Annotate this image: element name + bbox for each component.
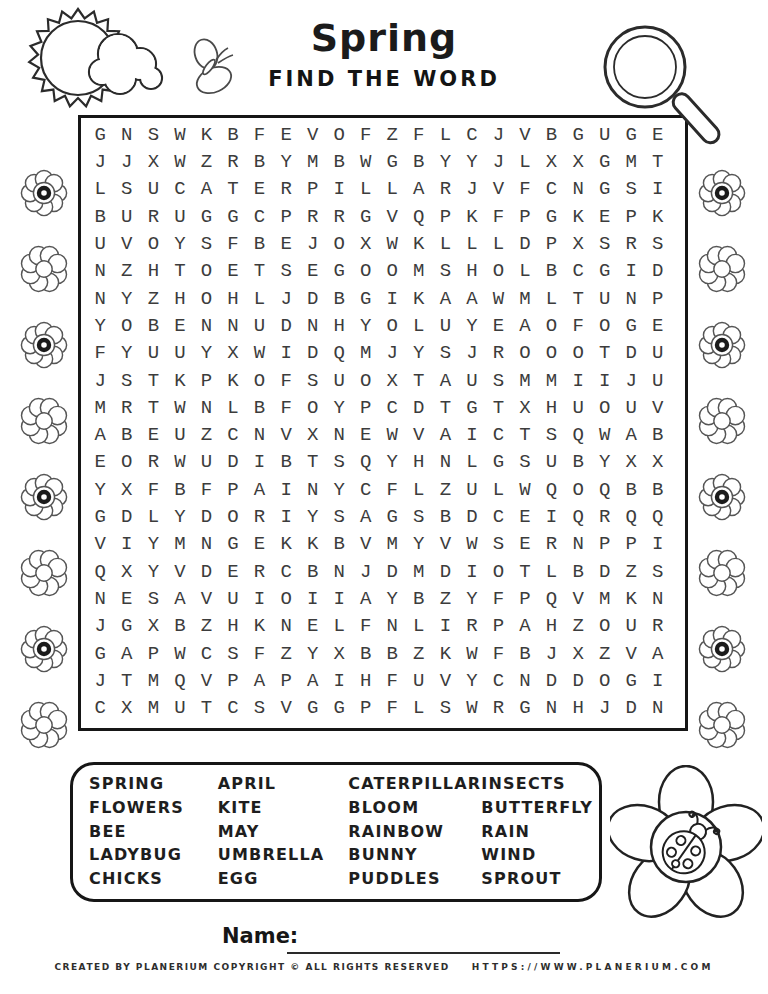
grid-cell[interactable]: S <box>326 449 353 476</box>
grid-cell[interactable]: K <box>167 367 194 394</box>
grid-cell[interactable]: V <box>512 121 539 148</box>
grid-cell[interactable]: E <box>512 531 539 558</box>
grid-cell[interactable]: T <box>591 340 618 367</box>
grid-cell[interactable]: O <box>565 476 592 503</box>
grid-cell[interactable]: F <box>246 640 273 667</box>
grid-cell[interactable]: N <box>87 258 114 285</box>
grid-cell[interactable]: O <box>565 340 592 367</box>
grid-cell[interactable]: U <box>565 394 592 421</box>
grid-cell[interactable]: S <box>618 176 645 203</box>
grid-cell[interactable]: E <box>246 531 273 558</box>
grid-cell[interactable]: N <box>114 121 141 148</box>
grid-cell[interactable]: U <box>644 367 671 394</box>
grid-cell[interactable]: B <box>246 148 273 175</box>
grid-cell[interactable]: Y <box>114 340 141 367</box>
grid-cell[interactable]: F <box>379 695 406 722</box>
grid-cell[interactable]: Y <box>379 585 406 612</box>
grid-cell[interactable]: V <box>193 667 220 694</box>
grid-cell[interactable]: F <box>220 230 247 257</box>
grid-cell[interactable]: K <box>193 121 220 148</box>
grid-cell[interactable]: S <box>193 230 220 257</box>
grid-cell[interactable]: B <box>406 148 433 175</box>
grid-cell[interactable]: Y <box>459 312 486 339</box>
grid-cell[interactable]: B <box>87 203 114 230</box>
grid-cell[interactable]: M <box>140 695 167 722</box>
grid-cell[interactable]: D <box>193 503 220 530</box>
grid-cell[interactable]: Z <box>193 148 220 175</box>
grid-cell[interactable]: L <box>406 695 433 722</box>
grid-cell[interactable]: N <box>565 176 592 203</box>
grid-cell[interactable]: D <box>591 558 618 585</box>
grid-cell[interactable]: N <box>299 476 326 503</box>
grid-cell[interactable]: B <box>538 258 565 285</box>
grid-cell[interactable]: A <box>246 667 273 694</box>
grid-cell[interactable]: H <box>538 394 565 421</box>
grid-cell[interactable]: S <box>114 176 141 203</box>
grid-cell[interactable]: D <box>299 340 326 367</box>
grid-cell[interactable]: I <box>565 367 592 394</box>
grid-cell[interactable]: O <box>140 230 167 257</box>
grid-cell[interactable]: Z <box>193 613 220 640</box>
grid-cell[interactable]: M <box>512 285 539 312</box>
grid-cell[interactable]: H <box>220 285 247 312</box>
grid-cell[interactable]: P <box>618 531 645 558</box>
grid-cell[interactable]: P <box>644 285 671 312</box>
grid-cell[interactable]: Y <box>406 531 433 558</box>
grid-cell[interactable]: O <box>299 394 326 421</box>
grid-cell[interactable]: X <box>114 476 141 503</box>
grid-cell[interactable]: A <box>352 585 379 612</box>
grid-cell[interactable]: L <box>485 476 512 503</box>
grid-cell[interactable]: V <box>432 531 459 558</box>
grid-cell[interactable]: B <box>512 640 539 667</box>
grid-cell[interactable]: Y <box>87 312 114 339</box>
grid-cell[interactable]: U <box>167 422 194 449</box>
grid-cell[interactable]: Y <box>459 667 486 694</box>
grid-cell[interactable]: Z <box>565 613 592 640</box>
grid-cell[interactable]: P <box>538 230 565 257</box>
grid-cell[interactable]: I <box>432 613 459 640</box>
grid-cell[interactable]: C <box>538 176 565 203</box>
grid-cell[interactable]: S <box>432 695 459 722</box>
grid-cell[interactable]: S <box>246 695 273 722</box>
grid-cell[interactable]: T <box>167 258 194 285</box>
grid-cell[interactable]: H <box>326 312 353 339</box>
grid-cell[interactable]: X <box>140 148 167 175</box>
grid-cell[interactable]: X <box>565 230 592 257</box>
grid-cell[interactable]: N <box>220 312 247 339</box>
grid-cell[interactable]: S <box>220 640 247 667</box>
grid-cell[interactable]: V <box>273 422 300 449</box>
grid-cell[interactable]: B <box>246 394 273 421</box>
grid-cell[interactable]: P <box>432 203 459 230</box>
grid-cell[interactable]: W <box>379 422 406 449</box>
grid-cell[interactable]: S <box>512 449 539 476</box>
grid-cell[interactable]: N <box>193 394 220 421</box>
grid-cell[interactable]: N <box>299 312 326 339</box>
grid-cell[interactable]: P <box>273 667 300 694</box>
grid-cell[interactable]: V <box>406 422 433 449</box>
grid-cell[interactable]: R <box>273 176 300 203</box>
grid-cell[interactable]: L <box>379 176 406 203</box>
grid-cell[interactable]: A <box>299 667 326 694</box>
grid-cell[interactable]: O <box>591 613 618 640</box>
grid-cell[interactable]: V <box>167 558 194 585</box>
grid-cell[interactable]: I <box>246 449 273 476</box>
grid-cell[interactable]: B <box>246 230 273 257</box>
grid-cell[interactable]: F <box>406 121 433 148</box>
grid-cell[interactable]: Q <box>644 503 671 530</box>
grid-cell[interactable]: R <box>246 558 273 585</box>
grid-cell[interactable]: D <box>379 558 406 585</box>
grid-cell[interactable]: P <box>220 476 247 503</box>
grid-cell[interactable]: V <box>273 695 300 722</box>
grid-cell[interactable]: H <box>352 667 379 694</box>
grid-cell[interactable]: V <box>485 176 512 203</box>
grid-cell[interactable]: P <box>299 176 326 203</box>
grid-cell[interactable]: O <box>379 312 406 339</box>
grid-cell[interactable]: B <box>167 476 194 503</box>
grid-cell[interactable]: Y <box>591 449 618 476</box>
grid-cell[interactable]: Y <box>406 340 433 367</box>
grid-cell[interactable]: I <box>326 176 353 203</box>
grid-cell[interactable]: E <box>644 312 671 339</box>
grid-cell[interactable]: Y <box>459 148 486 175</box>
grid-cell[interactable]: I <box>459 558 486 585</box>
grid-cell[interactable]: A <box>406 176 433 203</box>
grid-cell[interactable]: K <box>406 230 433 257</box>
grid-cell[interactable]: L <box>432 121 459 148</box>
grid-cell[interactable]: M <box>512 367 539 394</box>
grid-cell[interactable]: N <box>326 422 353 449</box>
grid-cell[interactable]: C <box>220 422 247 449</box>
grid-cell[interactable]: F <box>273 367 300 394</box>
grid-cell[interactable]: L <box>459 449 486 476</box>
grid-cell[interactable]: C <box>485 422 512 449</box>
grid-cell[interactable]: H <box>167 285 194 312</box>
grid-cell[interactable]: G <box>87 503 114 530</box>
grid-cell[interactable]: E <box>167 312 194 339</box>
grid-cell[interactable]: V <box>299 121 326 148</box>
grid-cell[interactable]: F <box>379 667 406 694</box>
grid-cell[interactable]: U <box>140 176 167 203</box>
grid-cell[interactable]: E <box>273 121 300 148</box>
grid-cell[interactable]: R <box>485 695 512 722</box>
grid-cell[interactable]: Z <box>432 476 459 503</box>
grid-cell[interactable]: K <box>246 613 273 640</box>
grid-cell[interactable]: B <box>167 613 194 640</box>
grid-cell[interactable]: N <box>87 285 114 312</box>
grid-cell[interactable]: V <box>114 230 141 257</box>
grid-cell[interactable]: J <box>485 121 512 148</box>
grid-cell[interactable]: Q <box>565 503 592 530</box>
grid-cell[interactable]: B <box>352 640 379 667</box>
grid-cell[interactable]: G <box>326 695 353 722</box>
grid-cell[interactable]: O <box>273 585 300 612</box>
grid-cell[interactable]: G <box>352 285 379 312</box>
grid-cell[interactable]: N <box>644 585 671 612</box>
grid-cell[interactable]: Y <box>87 476 114 503</box>
grid-cell[interactable]: R <box>246 503 273 530</box>
grid-cell[interactable]: G <box>618 312 645 339</box>
grid-cell[interactable]: W <box>512 476 539 503</box>
grid-cell[interactable]: U <box>432 312 459 339</box>
grid-cell[interactable]: X <box>644 449 671 476</box>
grid-cell[interactable]: I <box>644 531 671 558</box>
grid-cell[interactable]: I <box>326 667 353 694</box>
grid-cell[interactable]: O <box>485 258 512 285</box>
grid-cell[interactable]: V <box>379 203 406 230</box>
grid-cell[interactable]: E <box>220 258 247 285</box>
grid-cell[interactable]: A <box>246 476 273 503</box>
grid-cell[interactable]: M <box>406 258 433 285</box>
grid-cell[interactable]: X <box>379 367 406 394</box>
grid-cell[interactable]: P <box>512 585 539 612</box>
grid-cell[interactable]: E <box>512 503 539 530</box>
grid-cell[interactable]: C <box>565 258 592 285</box>
grid-cell[interactable]: F <box>485 585 512 612</box>
grid-cell[interactable]: G <box>114 613 141 640</box>
grid-cell[interactable]: Y <box>379 449 406 476</box>
grid-cell[interactable]: N <box>246 422 273 449</box>
grid-cell[interactable]: B <box>114 422 141 449</box>
grid-cell[interactable]: J <box>87 367 114 394</box>
grid-cell[interactable]: E <box>140 422 167 449</box>
grid-cell[interactable]: M <box>591 585 618 612</box>
grid-cell[interactable]: Y <box>167 503 194 530</box>
grid-cell[interactable]: T <box>246 258 273 285</box>
grid-cell[interactable]: R <box>220 148 247 175</box>
grid-cell[interactable]: D <box>193 558 220 585</box>
grid-cell[interactable]: O <box>326 121 353 148</box>
grid-cell[interactable]: K <box>644 203 671 230</box>
grid-cell[interactable]: P <box>273 203 300 230</box>
grid-cell[interactable]: P <box>352 394 379 421</box>
grid-cell[interactable]: U <box>618 394 645 421</box>
grid-cell[interactable]: T <box>512 422 539 449</box>
grid-cell[interactable]: A <box>618 422 645 449</box>
grid-cell[interactable]: L <box>406 476 433 503</box>
grid-cell[interactable]: I <box>114 531 141 558</box>
grid-cell[interactable]: R <box>485 340 512 367</box>
grid-cell[interactable]: F <box>352 121 379 148</box>
grid-cell[interactable]: W <box>352 148 379 175</box>
grid-cell[interactable]: M <box>352 340 379 367</box>
grid-cell[interactable]: S <box>326 503 353 530</box>
grid-cell[interactable]: K <box>565 203 592 230</box>
grid-cell[interactable]: V <box>644 394 671 421</box>
grid-cell[interactable]: D <box>220 449 247 476</box>
grid-cell[interactable]: L <box>538 285 565 312</box>
grid-cell[interactable]: U <box>591 285 618 312</box>
grid-cell[interactable]: L <box>246 285 273 312</box>
grid-cell[interactable]: P <box>618 203 645 230</box>
grid-cell[interactable]: U <box>644 340 671 367</box>
grid-cell[interactable]: L <box>220 394 247 421</box>
grid-cell[interactable]: T <box>140 394 167 421</box>
grid-cell[interactable]: Z <box>140 285 167 312</box>
grid-cell[interactable]: S <box>114 367 141 394</box>
grid-cell[interactable]: Y <box>459 585 486 612</box>
grid-cell[interactable]: N <box>618 285 645 312</box>
grid-cell[interactable]: W <box>167 394 194 421</box>
grid-cell[interactable]: N <box>565 531 592 558</box>
grid-cell[interactable]: J <box>114 148 141 175</box>
grid-cell[interactable]: P <box>512 203 539 230</box>
grid-cell[interactable]: C <box>87 695 114 722</box>
grid-cell[interactable]: Z <box>618 558 645 585</box>
grid-cell[interactable]: J <box>618 367 645 394</box>
grid-cell[interactable]: F <box>273 394 300 421</box>
grid-cell[interactable]: C <box>193 640 220 667</box>
grid-cell[interactable]: D <box>644 258 671 285</box>
grid-cell[interactable]: A <box>644 640 671 667</box>
grid-cell[interactable]: K <box>273 531 300 558</box>
grid-cell[interactable]: A <box>87 422 114 449</box>
grid-cell[interactable]: B <box>565 558 592 585</box>
grid-cell[interactable]: W <box>459 695 486 722</box>
grid-cell[interactable]: A <box>167 585 194 612</box>
grid-cell[interactable]: S <box>432 340 459 367</box>
grid-cell[interactable]: T <box>220 176 247 203</box>
grid-cell[interactable]: U <box>167 203 194 230</box>
grid-cell[interactable]: U <box>618 613 645 640</box>
grid-cell[interactable]: S <box>140 585 167 612</box>
grid-cell[interactable]: B <box>644 476 671 503</box>
grid-cell[interactable]: G <box>220 203 247 230</box>
grid-cell[interactable]: Z <box>193 422 220 449</box>
grid-cell[interactable]: V <box>87 531 114 558</box>
grid-cell[interactable]: N <box>193 531 220 558</box>
grid-cell[interactable]: J <box>459 340 486 367</box>
grid-cell[interactable]: T <box>406 367 433 394</box>
grid-cell[interactable]: H <box>565 695 592 722</box>
grid-cell[interactable]: J <box>379 340 406 367</box>
grid-cell[interactable]: Y <box>299 640 326 667</box>
grid-cell[interactable]: N <box>644 695 671 722</box>
grid-cell[interactable]: A <box>114 640 141 667</box>
grid-cell[interactable]: J <box>485 148 512 175</box>
grid-cell[interactable]: M <box>140 667 167 694</box>
grid-cell[interactable]: K <box>459 203 486 230</box>
grid-cell[interactable]: Z <box>406 640 433 667</box>
grid-cell[interactable]: O <box>538 340 565 367</box>
grid-cell[interactable]: E <box>591 203 618 230</box>
grid-cell[interactable]: W <box>379 230 406 257</box>
grid-cell[interactable]: O <box>591 312 618 339</box>
grid-cell[interactable]: L <box>326 613 353 640</box>
grid-cell[interactable]: S <box>406 503 433 530</box>
grid-cell[interactable]: O <box>114 312 141 339</box>
grid-cell[interactable]: G <box>352 203 379 230</box>
grid-cell[interactable]: O <box>485 558 512 585</box>
grid-cell[interactable]: T <box>485 394 512 421</box>
grid-cell[interactable]: B <box>644 422 671 449</box>
grid-cell[interactable]: Y <box>352 312 379 339</box>
grid-cell[interactable]: R <box>114 394 141 421</box>
grid-cell[interactable]: A <box>512 312 539 339</box>
grid-cell[interactable]: C <box>485 667 512 694</box>
grid-cell[interactable]: F <box>246 121 273 148</box>
grid-cell[interactable]: U <box>246 312 273 339</box>
grid-cell[interactable]: P <box>140 640 167 667</box>
name-input-line[interactable] <box>287 928 560 954</box>
grid-cell[interactable]: Y <box>167 230 194 257</box>
grid-cell[interactable]: S <box>591 230 618 257</box>
grid-cell[interactable]: H <box>459 258 486 285</box>
grid-cell[interactable]: B <box>565 449 592 476</box>
grid-cell[interactable]: H <box>220 613 247 640</box>
grid-cell[interactable]: L <box>140 503 167 530</box>
grid-cell[interactable]: C <box>379 394 406 421</box>
grid-cell[interactable]: X <box>114 558 141 585</box>
grid-cell[interactable]: G <box>591 176 618 203</box>
grid-cell[interactable]: W <box>485 285 512 312</box>
grid-cell[interactable]: P <box>220 667 247 694</box>
grid-cell[interactable]: A <box>512 613 539 640</box>
grid-cell[interactable]: Y <box>273 148 300 175</box>
grid-cell[interactable]: I <box>459 422 486 449</box>
grid-cell[interactable]: G <box>326 258 353 285</box>
grid-cell[interactable]: B <box>326 148 353 175</box>
grid-cell[interactable]: B <box>326 531 353 558</box>
grid-cell[interactable]: P <box>485 613 512 640</box>
grid-cell[interactable]: U <box>459 367 486 394</box>
grid-cell[interactable]: Z <box>432 585 459 612</box>
grid-cell[interactable]: L <box>87 176 114 203</box>
grid-cell[interactable]: B <box>618 476 645 503</box>
grid-cell[interactable]: Q <box>167 667 194 694</box>
grid-cell[interactable]: P <box>193 367 220 394</box>
grid-cell[interactable]: P <box>352 695 379 722</box>
grid-cell[interactable]: S <box>485 367 512 394</box>
grid-cell[interactable]: M <box>167 531 194 558</box>
grid-cell[interactable]: C <box>220 695 247 722</box>
grid-cell[interactable]: I <box>538 503 565 530</box>
grid-cell[interactable]: Q <box>538 476 565 503</box>
grid-cell[interactable]: I <box>246 585 273 612</box>
grid-cell[interactable]: C <box>459 121 486 148</box>
grid-cell[interactable]: R <box>299 203 326 230</box>
grid-cell[interactable]: J <box>591 695 618 722</box>
grid-cell[interactable]: R <box>432 176 459 203</box>
grid-cell[interactable]: U <box>167 695 194 722</box>
grid-cell[interactable]: D <box>618 340 645 367</box>
grid-cell[interactable]: E <box>352 422 379 449</box>
grid-cell[interactable]: L <box>512 148 539 175</box>
grid-cell[interactable]: H <box>406 449 433 476</box>
grid-cell[interactable]: D <box>432 558 459 585</box>
grid-cell[interactable]: J <box>538 640 565 667</box>
grid-cell[interactable]: F <box>512 176 539 203</box>
grid-cell[interactable]: I <box>379 285 406 312</box>
grid-cell[interactable]: E <box>114 585 141 612</box>
grid-cell[interactable]: R <box>459 613 486 640</box>
grid-cell[interactable]: C <box>246 203 273 230</box>
grid-cell[interactable]: B <box>273 449 300 476</box>
grid-cell[interactable]: R <box>140 449 167 476</box>
grid-cell[interactable]: D <box>565 667 592 694</box>
grid-cell[interactable]: Y <box>432 148 459 175</box>
grid-cell[interactable]: F <box>485 203 512 230</box>
grid-cell[interactable]: G <box>299 695 326 722</box>
grid-cell[interactable]: M <box>379 531 406 558</box>
grid-cell[interactable]: Y <box>140 558 167 585</box>
grid-cell[interactable]: K <box>618 585 645 612</box>
grid-cell[interactable]: O <box>379 258 406 285</box>
grid-cell[interactable]: O <box>352 367 379 394</box>
grid-cell[interactable]: X <box>140 613 167 640</box>
